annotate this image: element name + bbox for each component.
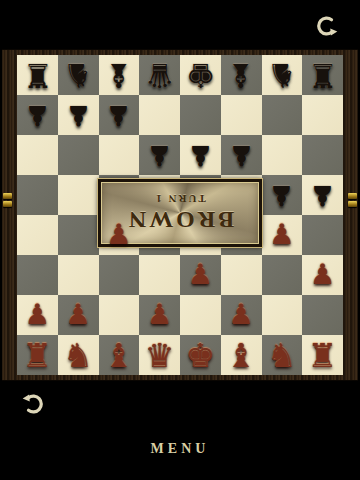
square-a2[interactable]: ♟ (17, 295, 58, 335)
brown-king: ♚ (186, 339, 216, 372)
square-g5[interactable]: ♟ (262, 175, 303, 215)
square-h5[interactable]: ♟ (302, 175, 343, 215)
brown-pawn: ♟ (269, 221, 294, 249)
square-a5[interactable] (17, 175, 58, 215)
brown-pawn: ♟ (188, 261, 213, 289)
square-b8[interactable]: ♞ (58, 55, 99, 95)
black-bishop: ♝ (226, 59, 256, 92)
square-d7[interactable] (139, 95, 180, 135)
square-d8[interactable]: ♛ (139, 55, 180, 95)
square-g1[interactable]: ♞ (262, 335, 303, 375)
square-c2[interactable] (99, 295, 140, 335)
square-a1[interactable]: ♜ (17, 335, 58, 375)
square-g3[interactable] (262, 255, 303, 295)
square-b2[interactable]: ♟ (58, 295, 99, 335)
rotate-icon (21, 391, 46, 417)
square-e8[interactable]: ♚ (180, 55, 221, 95)
square-e6[interactable]: ♟ (180, 135, 221, 175)
square-c8[interactable]: ♝ (99, 55, 140, 95)
square-b1[interactable]: ♞ (58, 335, 99, 375)
square-h1[interactable]: ♜ (302, 335, 343, 375)
brown-pawn: ♟ (66, 301, 91, 329)
brown-queen: ♛ (145, 339, 175, 372)
square-h6[interactable] (302, 135, 343, 175)
square-c3[interactable] (99, 255, 140, 295)
brown-pawn: ♟ (25, 301, 50, 329)
square-d6[interactable]: ♟ (139, 135, 180, 175)
square-g6[interactable] (262, 135, 303, 175)
black-king: ♚ (186, 59, 216, 92)
black-queen: ♛ (145, 59, 175, 92)
black-bishop: ♝ (104, 59, 134, 92)
screen: { "game": "chess", "position": "rnbqkbnr… (0, 0, 360, 480)
brass-clasp-icon (3, 193, 12, 199)
square-h8[interactable]: ♜ (302, 55, 343, 95)
brass-clasp-icon (348, 193, 357, 199)
black-pawn: ♟ (269, 181, 294, 209)
black-pawn: ♟ (66, 101, 91, 129)
square-d2[interactable]: ♟ (139, 295, 180, 335)
menu-button[interactable]: MENU (0, 441, 360, 457)
square-a3[interactable] (17, 255, 58, 295)
square-g8[interactable]: ♞ (262, 55, 303, 95)
square-f3[interactable] (221, 255, 262, 295)
square-d1[interactable]: ♛ (139, 335, 180, 375)
brown-rook: ♜ (23, 339, 53, 372)
square-c7[interactable]: ♟ (99, 95, 140, 135)
brown-pawn: ♟ (229, 301, 254, 329)
brown-rook: ♜ (308, 339, 338, 372)
rotate-board-button-bottom[interactable] (21, 391, 46, 417)
brown-knight: ♞ (63, 339, 93, 372)
black-rook: ♜ (23, 59, 53, 92)
brown-pawn: ♟ (147, 301, 172, 329)
square-b3[interactable] (58, 255, 99, 295)
square-h2[interactable] (302, 295, 343, 335)
brown-bishop: ♝ (104, 339, 134, 372)
square-b7[interactable]: ♟ (58, 95, 99, 135)
square-g2[interactable] (262, 295, 303, 335)
brown-bishop: ♝ (226, 339, 256, 372)
black-pawn: ♟ (229, 141, 254, 169)
square-a4[interactable] (17, 215, 58, 255)
square-c6[interactable] (99, 135, 140, 175)
square-b4[interactable] (58, 215, 99, 255)
black-pawn: ♟ (147, 141, 172, 169)
square-e1[interactable]: ♚ (180, 335, 221, 375)
square-a7[interactable]: ♟ (17, 95, 58, 135)
brass-clasp-icon (3, 201, 12, 207)
rotate-board-button-top[interactable] (314, 13, 339, 39)
square-b6[interactable] (58, 135, 99, 175)
rotate-icon (314, 13, 339, 39)
square-f1[interactable]: ♝ (221, 335, 262, 375)
square-a8[interactable]: ♜ (17, 55, 58, 95)
square-c1[interactable]: ♝ (99, 335, 140, 375)
square-f6[interactable]: ♟ (221, 135, 262, 175)
turn-banner-player: BROWN (126, 206, 234, 233)
black-pawn: ♟ (188, 141, 213, 169)
brass-clasp-icon (348, 201, 357, 207)
black-pawn: ♟ (25, 101, 50, 129)
square-e2[interactable] (180, 295, 221, 335)
square-g7[interactable] (262, 95, 303, 135)
black-knight: ♞ (63, 59, 93, 92)
black-rook: ♜ (308, 59, 338, 92)
square-g4[interactable]: ♟ (262, 215, 303, 255)
square-a6[interactable] (17, 135, 58, 175)
square-d3[interactable] (139, 255, 180, 295)
black-pawn: ♟ (310, 181, 335, 209)
square-h4[interactable] (302, 215, 343, 255)
black-knight: ♞ (267, 59, 297, 92)
square-f7[interactable] (221, 95, 262, 135)
brown-knight: ♞ (267, 339, 297, 372)
brown-pawn: ♟ (310, 261, 335, 289)
square-b5[interactable] (58, 175, 99, 215)
turn-banner-turn-label: TURN 1 (154, 193, 205, 205)
square-h3[interactable]: ♟ (302, 255, 343, 295)
square-h7[interactable] (302, 95, 343, 135)
square-f8[interactable]: ♝ (221, 55, 262, 95)
square-f2[interactable]: ♟ (221, 295, 262, 335)
brown-pawn: ♟ (106, 221, 131, 249)
square-e7[interactable] (180, 95, 221, 135)
square-e3[interactable]: ♟ (180, 255, 221, 295)
black-pawn: ♟ (106, 101, 131, 129)
